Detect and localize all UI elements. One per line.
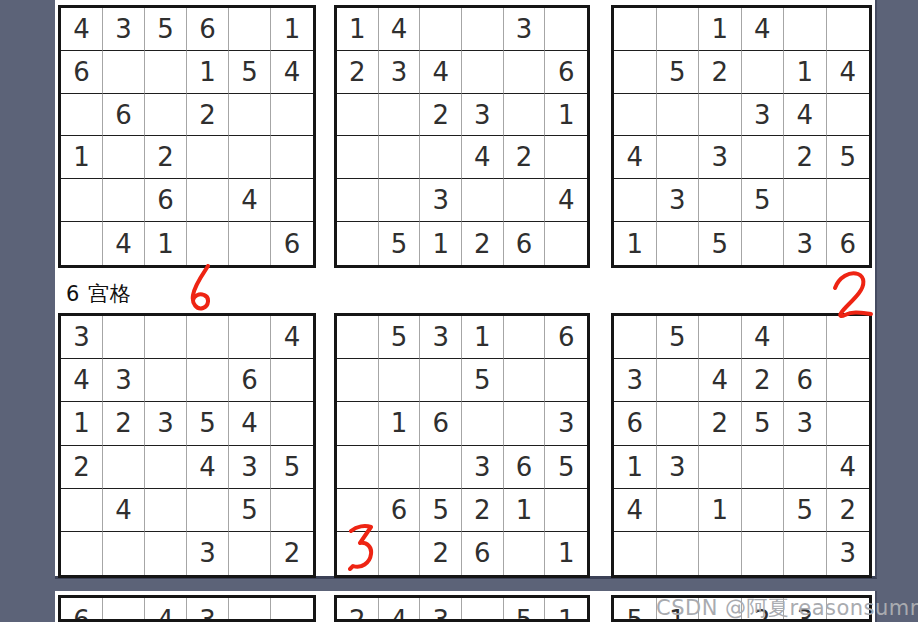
sudoku-grid-mid-left: 344361235424354532 <box>58 313 316 578</box>
cell-r6c4: 3 <box>187 532 229 575</box>
cell-r1c1: 2 <box>337 598 379 622</box>
cell-r3c1 <box>337 402 379 445</box>
cell-r6c6 <box>545 222 587 265</box>
cell-r5c6 <box>545 489 587 532</box>
cell-r6c5 <box>784 532 827 575</box>
cell-r3c3: 2 <box>420 94 462 137</box>
cell-r1c4 <box>462 8 504 51</box>
cell-r6c1 <box>337 532 379 575</box>
cell-r2c1 <box>337 359 379 402</box>
cell-r5c5 <box>504 179 546 222</box>
cell-r2c5: 6 <box>784 359 827 402</box>
cell-r2c3: 4 <box>420 51 462 94</box>
cell-r3c6: 1 <box>545 94 587 137</box>
cell-r5c5: 5 <box>784 489 827 532</box>
cell-r1c3 <box>420 8 462 51</box>
cell-r5c4: 2 <box>462 489 504 532</box>
cell-r6c3: 1 <box>145 222 187 265</box>
cell-r6c4 <box>742 532 785 575</box>
cell-r3c4: 5 <box>187 402 229 445</box>
cell-r5c5: 4 <box>229 179 271 222</box>
cell-r2c6 <box>827 359 870 402</box>
cell-r3c1: 1 <box>61 402 103 445</box>
cell-r6c1 <box>61 532 103 575</box>
cell-r4c4: 4 <box>462 136 504 179</box>
cell-r1c5 <box>229 316 271 359</box>
cell-r1c4: 4 <box>742 316 785 359</box>
cell-r6c3: 5 <box>699 222 742 265</box>
cell-r4c3: 3 <box>699 136 742 179</box>
cell-r1c4: 3 <box>187 598 229 622</box>
cell-r2c2: 3 <box>379 51 421 94</box>
cell-r1c4: 1 <box>462 316 504 359</box>
cell-r6c1 <box>614 532 657 575</box>
sudoku-grid-bottom-left-partial: 643 <box>58 595 316 622</box>
cell-r6c2 <box>657 532 700 575</box>
cell-r3c3: 3 <box>145 402 187 445</box>
cell-r5c5: 1 <box>504 489 546 532</box>
cell-r4c3 <box>420 136 462 179</box>
cell-r1c4 <box>462 598 504 622</box>
cell-r2c4 <box>462 51 504 94</box>
cell-r1c3 <box>699 316 742 359</box>
cell-r1c4: 4 <box>742 8 785 51</box>
cell-r1c3: 5 <box>145 8 187 51</box>
cell-r4c1: 1 <box>614 446 657 489</box>
cell-r3c2 <box>657 94 700 137</box>
cell-r1c1: 4 <box>61 8 103 51</box>
cell-r3c4: 2 <box>187 94 229 137</box>
cell-r1c4 <box>187 316 229 359</box>
cell-r2c4: 2 <box>742 359 785 402</box>
cell-r3c4: 3 <box>742 94 785 137</box>
cell-r4c2 <box>103 136 145 179</box>
cell-r4c1: 1 <box>61 136 103 179</box>
cell-r4c2 <box>379 446 421 489</box>
sudoku-grid-top-left: 435616154621264416 <box>58 5 316 268</box>
cell-r1c1: 6 <box>61 598 103 622</box>
cell-r5c1: 4 <box>614 489 657 532</box>
cell-r6c1: 1 <box>614 222 657 265</box>
cell-r5c6 <box>271 489 313 532</box>
cell-r6c5 <box>504 532 546 575</box>
cell-r2c2 <box>103 51 145 94</box>
cell-r5c2: 6 <box>379 489 421 532</box>
cell-r1c2: 5 <box>379 316 421 359</box>
cell-r6c2: 5 <box>379 222 421 265</box>
cell-r3c1 <box>337 94 379 137</box>
cell-r6c6: 2 <box>271 532 313 575</box>
cell-r2c2 <box>657 359 700 402</box>
cell-r6c5 <box>229 532 271 575</box>
page-label: 6 宫格 <box>66 280 132 308</box>
cell-r1c2 <box>103 316 145 359</box>
cell-r6c6: 6 <box>271 222 313 265</box>
sudoku-grid-top-middle: 143234623142345126 <box>334 5 590 268</box>
cell-r4c5: 2 <box>504 136 546 179</box>
cell-r6c2: 4 <box>103 222 145 265</box>
cell-r2c5: 5 <box>229 51 271 94</box>
cell-r4c2: 3 <box>657 446 700 489</box>
cell-r1c6 <box>271 598 313 622</box>
cell-r2c5 <box>504 359 546 402</box>
cell-r4c2 <box>379 136 421 179</box>
cell-r6c6: 1 <box>545 532 587 575</box>
cell-r2c2 <box>379 359 421 402</box>
cell-r1c2 <box>657 8 700 51</box>
cell-r3c6 <box>827 94 870 137</box>
cell-r3c3: 6 <box>420 402 462 445</box>
cell-r4c5: 6 <box>504 446 546 489</box>
cell-r5c6: 2 <box>827 489 870 532</box>
cell-r1c5: 5 <box>504 598 546 622</box>
cell-r2c6: 6 <box>545 51 587 94</box>
cell-r1c5 <box>784 8 827 51</box>
cell-r5c5: 5 <box>229 489 271 532</box>
cell-r1c1: 3 <box>61 316 103 359</box>
cell-r5c1 <box>61 489 103 532</box>
cell-r2c3 <box>420 359 462 402</box>
cell-r5c3: 5 <box>420 489 462 532</box>
cell-r2c5: 6 <box>229 359 271 402</box>
cell-r2c6: 4 <box>827 51 870 94</box>
cell-r1c5 <box>784 316 827 359</box>
cell-r1c3 <box>145 316 187 359</box>
cell-r5c1 <box>337 489 379 532</box>
cell-r6c4: 6 <box>462 532 504 575</box>
cell-r3c2 <box>379 94 421 137</box>
cell-r6c5: 3 <box>784 222 827 265</box>
cell-r5c2 <box>379 179 421 222</box>
cell-r3c6 <box>271 402 313 445</box>
cell-r5c3 <box>145 489 187 532</box>
cell-r1c1: 1 <box>337 8 379 51</box>
cell-r2c2: 5 <box>657 51 700 94</box>
cell-r4c4 <box>742 136 785 179</box>
cell-r6c1 <box>337 222 379 265</box>
cell-r1c5 <box>229 598 271 622</box>
cell-r5c2: 4 <box>103 489 145 532</box>
cell-r5c2 <box>103 179 145 222</box>
cell-r5c4 <box>742 489 785 532</box>
cell-r4c4: 4 <box>187 446 229 489</box>
cell-r4c2 <box>103 446 145 489</box>
cell-r5c5 <box>784 179 827 222</box>
cell-r1c6 <box>827 8 870 51</box>
cell-r5c3: 3 <box>420 179 462 222</box>
cell-r2c5: 1 <box>784 51 827 94</box>
cell-r2c3 <box>145 51 187 94</box>
cell-r5c6 <box>271 179 313 222</box>
cell-r4c1 <box>337 446 379 489</box>
cell-r5c1 <box>61 179 103 222</box>
cell-r4c5 <box>229 136 271 179</box>
cell-r4c3: 2 <box>145 136 187 179</box>
cell-r4c5: 3 <box>229 446 271 489</box>
cell-r6c4: 2 <box>462 222 504 265</box>
cell-r2c3: 4 <box>699 359 742 402</box>
cell-r4c4 <box>742 446 785 489</box>
cell-r1c5 <box>229 8 271 51</box>
cell-r2c6 <box>545 359 587 402</box>
cell-r5c1 <box>337 179 379 222</box>
sudoku-grid-mid-right: 543426625313441523 <box>611 313 872 578</box>
cell-r3c3 <box>145 94 187 137</box>
cell-r5c6 <box>827 179 870 222</box>
cell-r1c2: 5 <box>657 316 700 359</box>
cell-r1c1: 5 <box>614 598 657 622</box>
cell-r1c5 <box>504 316 546 359</box>
cell-r4c6: 4 <box>827 446 870 489</box>
cell-r2c6 <box>271 359 313 402</box>
cell-r2c2: 3 <box>103 359 145 402</box>
cell-r1c2 <box>103 598 145 622</box>
cell-r1c1 <box>614 316 657 359</box>
cell-r1c3: 3 <box>420 316 462 359</box>
cell-r4c2 <box>657 136 700 179</box>
cell-r4c5 <box>784 446 827 489</box>
cell-r1c1 <box>337 316 379 359</box>
cell-r3c2 <box>657 402 700 445</box>
cell-r4c6: 5 <box>545 446 587 489</box>
cell-r1c2: 3 <box>103 8 145 51</box>
cell-r2c1: 2 <box>337 51 379 94</box>
cell-r2c3 <box>145 359 187 402</box>
cell-r6c3 <box>145 532 187 575</box>
cell-r5c4 <box>187 179 229 222</box>
cell-r1c3: 4 <box>145 598 187 622</box>
cell-r1c5: 3 <box>504 8 546 51</box>
cell-r6c3: 2 <box>420 532 462 575</box>
cell-r2c1 <box>614 51 657 94</box>
cell-r1c6: 4 <box>271 316 313 359</box>
cell-r4c6 <box>545 136 587 179</box>
cell-r4c3 <box>699 446 742 489</box>
cell-r3c5: 3 <box>784 402 827 445</box>
cell-r5c4 <box>187 489 229 532</box>
cell-r1c4: 6 <box>187 8 229 51</box>
cell-r4c6: 5 <box>827 136 870 179</box>
cell-r3c1 <box>614 94 657 137</box>
cell-r2c5 <box>504 51 546 94</box>
cell-r5c2: 3 <box>657 179 700 222</box>
csdn-watermark: CSDN @阿夏reasonsummer <box>656 594 918 622</box>
cell-r1c6: 1 <box>271 8 313 51</box>
cell-r6c2 <box>657 222 700 265</box>
cell-r5c6: 4 <box>545 179 587 222</box>
worksheet-stage: 435616154621264416 143234623142345126 14… <box>0 0 918 622</box>
cell-r5c2 <box>657 489 700 532</box>
cell-r1c6: 6 <box>545 316 587 359</box>
cell-r5c4: 5 <box>742 179 785 222</box>
cell-r2c4 <box>187 359 229 402</box>
cell-r3c5: 4 <box>229 402 271 445</box>
cell-r2c4: 5 <box>462 359 504 402</box>
cell-r4c4: 3 <box>462 446 504 489</box>
cell-r2c6: 4 <box>271 51 313 94</box>
cell-r6c3 <box>699 532 742 575</box>
cell-r6c2 <box>379 532 421 575</box>
cell-r2c4 <box>742 51 785 94</box>
cell-r2c1: 6 <box>61 51 103 94</box>
cell-r6c5: 6 <box>504 222 546 265</box>
cell-r6c6: 6 <box>827 222 870 265</box>
cell-r6c1 <box>61 222 103 265</box>
cell-r2c1: 4 <box>61 359 103 402</box>
cell-r6c6: 3 <box>827 532 870 575</box>
cell-r4c4 <box>187 136 229 179</box>
cell-r1c6: 1 <box>545 598 587 622</box>
cell-r4c1: 2 <box>61 446 103 489</box>
cell-r3c5: 4 <box>784 94 827 137</box>
cell-r3c5 <box>504 94 546 137</box>
cell-r5c3 <box>699 179 742 222</box>
cell-r2c1: 3 <box>614 359 657 402</box>
cell-r3c5 <box>504 402 546 445</box>
cell-r3c4: 3 <box>462 94 504 137</box>
cell-r3c3: 2 <box>699 402 742 445</box>
cell-r1c2: 4 <box>379 8 421 51</box>
cell-r4c1 <box>337 136 379 179</box>
cell-r3c6 <box>827 402 870 445</box>
sudoku-grid-top-right: 145214344325351536 <box>611 5 872 268</box>
cell-r3c3 <box>699 94 742 137</box>
cell-r6c2 <box>103 532 145 575</box>
cell-r5c3: 6 <box>145 179 187 222</box>
cell-r5c4 <box>462 179 504 222</box>
cell-r6c4 <box>742 222 785 265</box>
cell-r3c6 <box>271 94 313 137</box>
cell-r3c2: 2 <box>103 402 145 445</box>
cell-r4c5: 2 <box>784 136 827 179</box>
cell-r1c2: 4 <box>379 598 421 622</box>
cell-r4c6 <box>271 136 313 179</box>
cell-r3c4 <box>462 402 504 445</box>
cell-r6c4 <box>187 222 229 265</box>
cell-r3c2: 1 <box>379 402 421 445</box>
cell-r5c3: 1 <box>699 489 742 532</box>
cell-r1c3: 1 <box>699 8 742 51</box>
cell-r3c1 <box>61 94 103 137</box>
cell-r4c1: 4 <box>614 136 657 179</box>
cell-r3c1: 6 <box>614 402 657 445</box>
cell-r3c2: 6 <box>103 94 145 137</box>
cell-r2c3: 2 <box>699 51 742 94</box>
sudoku-grid-bottom-middle-partial: 24351 <box>334 595 590 622</box>
cell-r3c4: 5 <box>742 402 785 445</box>
cell-r2c4: 1 <box>187 51 229 94</box>
cell-r1c6 <box>827 316 870 359</box>
cell-r3c6: 3 <box>545 402 587 445</box>
cell-r4c3 <box>145 446 187 489</box>
cell-r4c6: 5 <box>271 446 313 489</box>
sudoku-grid-mid-middle: 531651633656521261 <box>334 313 590 578</box>
cell-r5c1 <box>614 179 657 222</box>
cell-r3c5 <box>229 94 271 137</box>
cell-r1c6 <box>545 8 587 51</box>
cell-r1c1 <box>614 8 657 51</box>
cell-r6c3: 1 <box>420 222 462 265</box>
cell-r4c3 <box>420 446 462 489</box>
cell-r1c3: 3 <box>420 598 462 622</box>
cell-r6c5 <box>229 222 271 265</box>
